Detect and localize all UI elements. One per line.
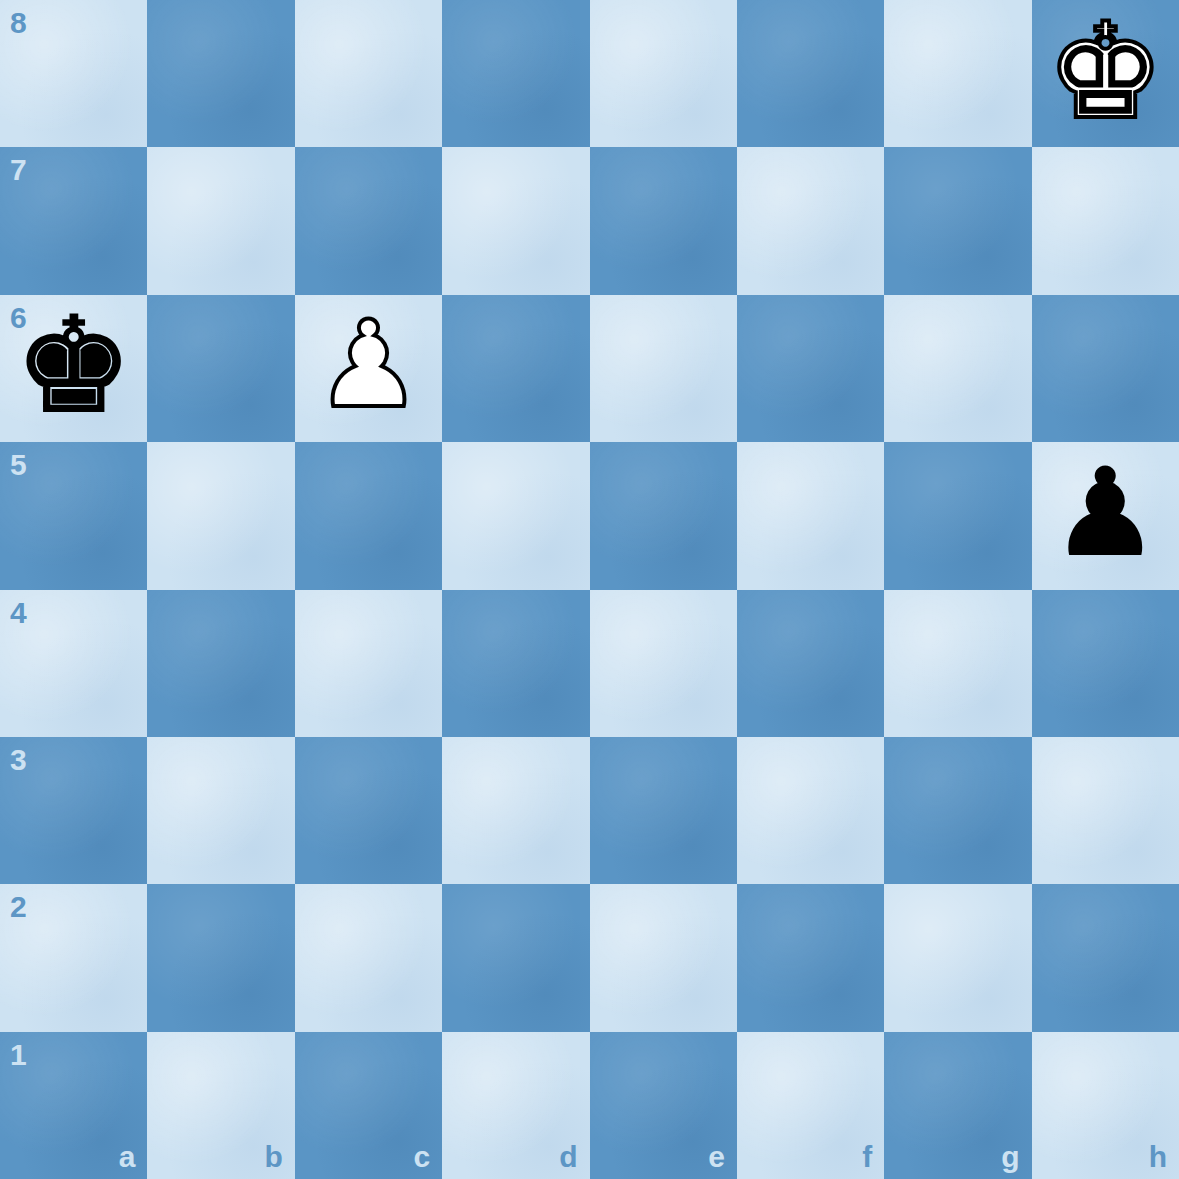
rank-label-8: 8 xyxy=(10,8,27,38)
square-c7[interactable] xyxy=(295,147,442,294)
file-label-g: g xyxy=(1001,1142,1019,1172)
square-h8[interactable]: ♚ xyxy=(1032,0,1179,147)
file-label-c: c xyxy=(413,1142,430,1172)
square-a3[interactable]: 3 xyxy=(0,737,147,884)
square-a1[interactable]: 1a xyxy=(0,1032,147,1179)
square-e6[interactable] xyxy=(590,295,737,442)
square-f7[interactable] xyxy=(737,147,884,294)
square-b5[interactable] xyxy=(147,442,294,589)
square-c1[interactable]: c xyxy=(295,1032,442,1179)
square-g4[interactable] xyxy=(884,590,1031,737)
square-d6[interactable] xyxy=(442,295,589,442)
square-g3[interactable] xyxy=(884,737,1031,884)
rank-label-4: 4 xyxy=(10,598,27,628)
square-e1[interactable]: e xyxy=(590,1032,737,1179)
square-f1[interactable]: f xyxy=(737,1032,884,1179)
square-g2[interactable] xyxy=(884,884,1031,1031)
square-c3[interactable] xyxy=(295,737,442,884)
square-a8[interactable]: 8 xyxy=(0,0,147,147)
square-h7[interactable] xyxy=(1032,147,1179,294)
square-h2[interactable] xyxy=(1032,884,1179,1031)
white-pawn-c6[interactable]: ♟ xyxy=(315,305,423,425)
square-h6[interactable] xyxy=(1032,295,1179,442)
square-d8[interactable] xyxy=(442,0,589,147)
square-g5[interactable] xyxy=(884,442,1031,589)
square-d1[interactable]: d xyxy=(442,1032,589,1179)
rank-label-3: 3 xyxy=(10,745,27,775)
square-c8[interactable] xyxy=(295,0,442,147)
square-h3[interactable] xyxy=(1032,737,1179,884)
square-a5[interactable]: 5 xyxy=(0,442,147,589)
square-b7[interactable] xyxy=(147,147,294,294)
file-label-a: a xyxy=(119,1142,136,1172)
square-b1[interactable]: b xyxy=(147,1032,294,1179)
rank-label-5: 5 xyxy=(10,450,27,480)
square-d4[interactable] xyxy=(442,590,589,737)
square-d3[interactable] xyxy=(442,737,589,884)
square-f5[interactable] xyxy=(737,442,884,589)
file-label-f: f xyxy=(862,1142,872,1172)
file-label-b: b xyxy=(264,1142,282,1172)
square-a7[interactable]: 7 xyxy=(0,147,147,294)
rank-label-1: 1 xyxy=(10,1040,27,1070)
file-label-e: e xyxy=(708,1142,725,1172)
square-f2[interactable] xyxy=(737,884,884,1031)
square-f4[interactable] xyxy=(737,590,884,737)
square-d2[interactable] xyxy=(442,884,589,1031)
square-h5[interactable]: ♟ xyxy=(1032,442,1179,589)
square-c2[interactable] xyxy=(295,884,442,1031)
square-a6[interactable]: 6♚ xyxy=(0,295,147,442)
square-a4[interactable]: 4 xyxy=(0,590,147,737)
rank-label-7: 7 xyxy=(10,155,27,185)
square-e4[interactable] xyxy=(590,590,737,737)
square-f8[interactable] xyxy=(737,0,884,147)
square-c5[interactable] xyxy=(295,442,442,589)
square-h1[interactable]: h xyxy=(1032,1032,1179,1179)
black-king-a6[interactable]: ♚ xyxy=(15,299,133,431)
square-a2[interactable]: 2 xyxy=(0,884,147,1031)
file-label-h: h xyxy=(1149,1142,1167,1172)
square-b8[interactable] xyxy=(147,0,294,147)
file-label-d: d xyxy=(559,1142,577,1172)
black-pawn-h5[interactable]: ♟ xyxy=(1052,453,1160,573)
square-c4[interactable] xyxy=(295,590,442,737)
square-e7[interactable] xyxy=(590,147,737,294)
square-f6[interactable] xyxy=(737,295,884,442)
square-f3[interactable] xyxy=(737,737,884,884)
square-b3[interactable] xyxy=(147,737,294,884)
square-b6[interactable] xyxy=(147,295,294,442)
square-e5[interactable] xyxy=(590,442,737,589)
square-g8[interactable] xyxy=(884,0,1031,147)
square-h4[interactable] xyxy=(1032,590,1179,737)
square-g7[interactable] xyxy=(884,147,1031,294)
chess-board: 8♚76♚♟5♟4321abcdefgh xyxy=(0,0,1179,1179)
white-king-h8[interactable]: ♚ xyxy=(1046,5,1164,137)
square-d7[interactable] xyxy=(442,147,589,294)
square-e2[interactable] xyxy=(590,884,737,1031)
square-g1[interactable]: g xyxy=(884,1032,1031,1179)
square-g6[interactable] xyxy=(884,295,1031,442)
square-e3[interactable] xyxy=(590,737,737,884)
square-c6[interactable]: ♟ xyxy=(295,295,442,442)
square-b2[interactable] xyxy=(147,884,294,1031)
square-b4[interactable] xyxy=(147,590,294,737)
square-d5[interactable] xyxy=(442,442,589,589)
rank-label-2: 2 xyxy=(10,892,27,922)
square-e8[interactable] xyxy=(590,0,737,147)
